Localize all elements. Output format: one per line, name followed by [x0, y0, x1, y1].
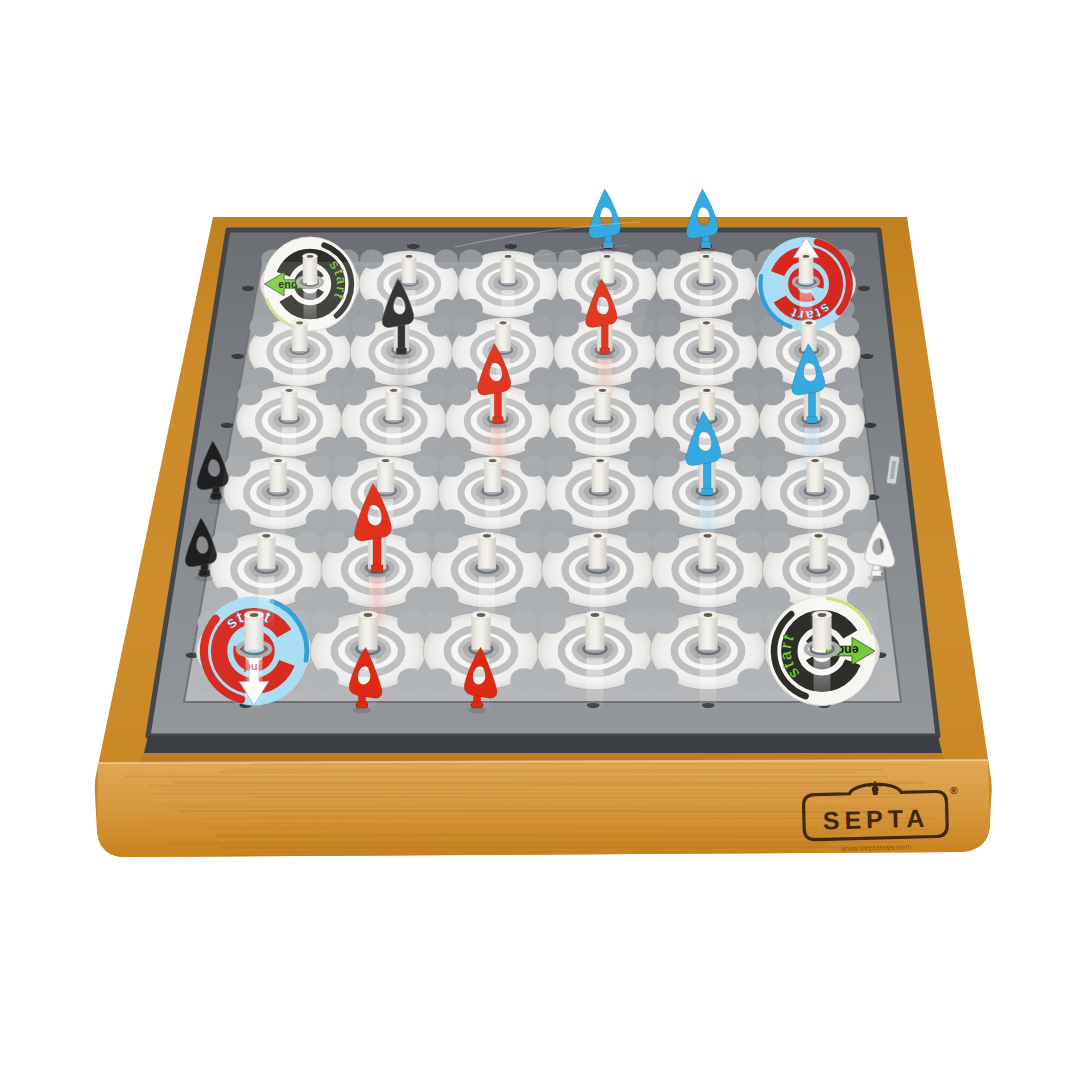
- septa-logo: SEPTA ® www.septatoys.com: [788, 780, 968, 870]
- logo-brand-text: SEPTA: [822, 804, 929, 835]
- tray-front-lip: [144, 736, 942, 753]
- logo-registered-mark: ®: [950, 785, 958, 796]
- board-photo: endstartstartendstartendstart SEPTA ® ww…: [0, 0, 1080, 1080]
- board-scene-svg: endstartstartendstartendstart: [0, 0, 1080, 1080]
- logo-website-text: www.septatoys.com: [840, 843, 912, 853]
